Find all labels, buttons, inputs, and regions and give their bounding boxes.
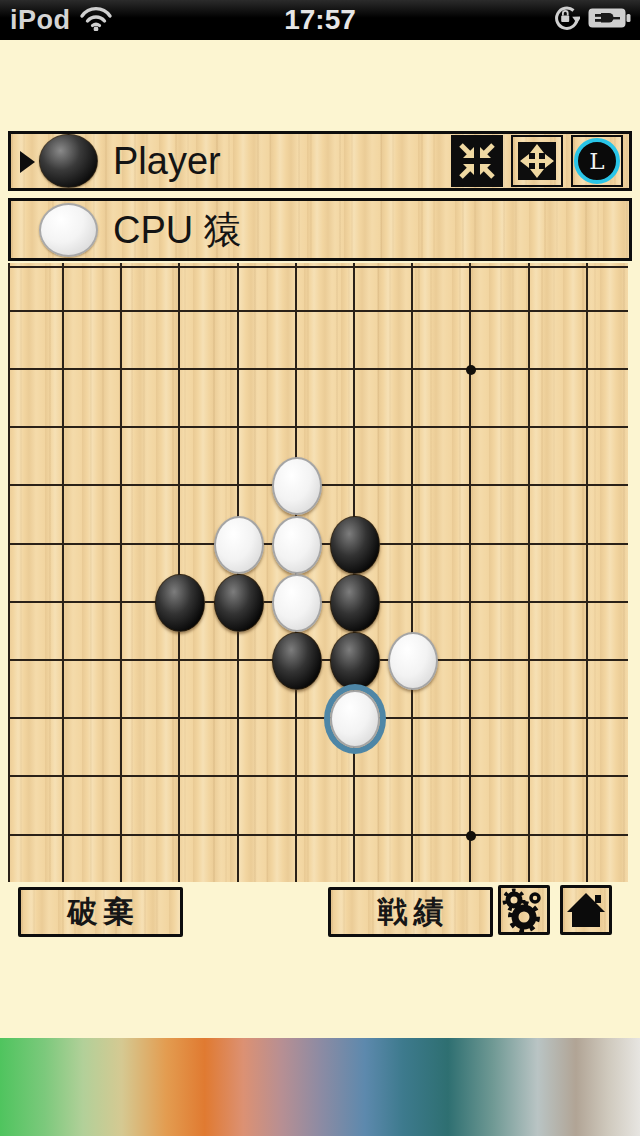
stone-black xyxy=(330,632,380,690)
stone-black xyxy=(155,574,205,632)
level-badge-button[interactable]: L xyxy=(571,135,623,187)
shrink-arrows-icon xyxy=(454,138,500,184)
board[interactable] xyxy=(8,263,628,882)
grid-line-horizontal xyxy=(8,717,628,719)
grid-line-vertical xyxy=(411,263,413,882)
grid-line-vertical xyxy=(469,263,471,882)
stone-white xyxy=(272,516,322,574)
cpu-stone-white xyxy=(39,203,98,257)
status-bar: iPod 17:57 xyxy=(0,0,640,40)
level-badge-circle: L xyxy=(574,138,620,184)
level-badge-letter: L xyxy=(589,150,604,173)
star-point xyxy=(466,831,476,841)
stone-black xyxy=(330,574,380,632)
board-top-edge-line xyxy=(8,266,628,268)
home-button[interactable] xyxy=(560,885,612,935)
cpu-name-label: CPU 猿 xyxy=(113,204,242,255)
zoom-in-button[interactable] xyxy=(511,135,563,187)
zoom-out-button[interactable] xyxy=(451,135,503,187)
player-panel: Player xyxy=(8,131,632,191)
grid-line-vertical xyxy=(178,263,180,882)
grid-line-horizontal xyxy=(8,834,628,836)
player-stone-black xyxy=(39,134,98,188)
expand-arrows-icon xyxy=(514,138,560,184)
grid-line-horizontal xyxy=(8,775,628,777)
home-icon xyxy=(563,887,609,933)
gears-icon xyxy=(501,887,547,933)
stone-white xyxy=(388,632,438,690)
stone-black xyxy=(330,516,380,574)
discard-button-label: 破棄 xyxy=(62,892,140,933)
battery-charging-icon xyxy=(588,6,632,34)
stone-white-last-move xyxy=(330,690,380,748)
record-button[interactable]: 戦績 xyxy=(328,887,493,937)
grid-line-vertical xyxy=(8,263,10,882)
star-point xyxy=(466,365,476,375)
stone-black xyxy=(214,574,264,632)
grid-line-vertical xyxy=(586,263,588,882)
status-right xyxy=(550,0,632,40)
grid-line-horizontal xyxy=(8,368,628,370)
discard-button[interactable]: 破棄 xyxy=(18,887,183,937)
turn-indicator-triangle xyxy=(20,151,35,173)
grid-line-vertical xyxy=(120,263,122,882)
stone-white xyxy=(272,574,322,632)
stone-white xyxy=(272,457,322,515)
grid-line-horizontal xyxy=(8,426,628,428)
board-view-controls: L xyxy=(451,135,623,187)
grid-line-vertical xyxy=(62,263,64,882)
player-name-label: Player xyxy=(113,140,221,183)
background-wallpaper-strip xyxy=(0,1038,640,1136)
clock: 17:57 xyxy=(0,4,640,36)
grid-line-horizontal xyxy=(8,310,628,312)
app-screen: iPod 17:57 xyxy=(0,0,640,1136)
rotation-lock-icon xyxy=(550,3,580,37)
grid-line-vertical xyxy=(528,263,530,882)
stone-black xyxy=(272,632,322,690)
settings-button[interactable] xyxy=(498,885,550,935)
record-button-label: 戦績 xyxy=(372,892,450,933)
stone-white xyxy=(214,516,264,574)
cpu-panel: CPU 猿 xyxy=(8,198,632,261)
